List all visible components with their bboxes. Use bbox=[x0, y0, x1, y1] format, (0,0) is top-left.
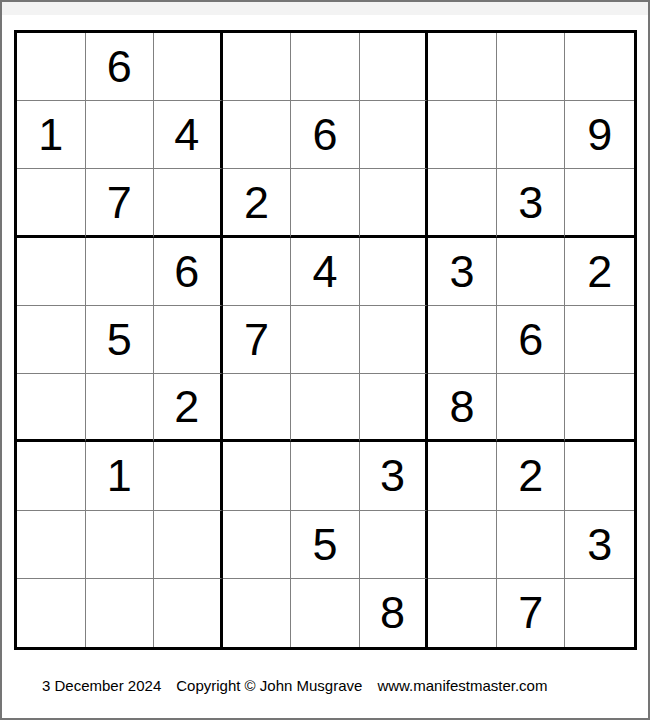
cell-r1c4 bbox=[223, 33, 292, 101]
cell-r7c2: 1 bbox=[86, 442, 155, 510]
cell-r8c6 bbox=[360, 511, 429, 579]
cell-r8c3 bbox=[154, 511, 223, 579]
cell-r3c7 bbox=[428, 169, 497, 237]
cell-r4c4 bbox=[223, 238, 292, 306]
cell-r5c7 bbox=[428, 306, 497, 374]
cell-r7c7 bbox=[428, 442, 497, 510]
cell-r6c8 bbox=[497, 374, 566, 442]
cell-r3c6 bbox=[360, 169, 429, 237]
cell-r2c4 bbox=[223, 101, 292, 169]
cell-r7c4 bbox=[223, 442, 292, 510]
cell-r9c7 bbox=[428, 579, 497, 647]
cell-r8c7 bbox=[428, 511, 497, 579]
cell-r6c5 bbox=[291, 374, 360, 442]
cell-r2c1: 1 bbox=[17, 101, 86, 169]
cell-r1c8 bbox=[497, 33, 566, 101]
cell-r1c9 bbox=[565, 33, 634, 101]
copyright-text: Copyright © John Musgrave bbox=[176, 677, 362, 694]
cell-r3c4: 2 bbox=[223, 169, 292, 237]
cell-r2c6 bbox=[360, 101, 429, 169]
cell-r5c2: 5 bbox=[86, 306, 155, 374]
footer: 3 December 2024 Copyright © John Musgrav… bbox=[42, 677, 547, 694]
cell-r6c9 bbox=[565, 374, 634, 442]
cell-r5c1 bbox=[17, 306, 86, 374]
cell-r4c8 bbox=[497, 238, 566, 306]
cell-r2c2 bbox=[86, 101, 155, 169]
cell-r8c9: 3 bbox=[565, 511, 634, 579]
cell-r7c3 bbox=[154, 442, 223, 510]
cell-r9c8: 7 bbox=[497, 579, 566, 647]
cell-r5c3 bbox=[154, 306, 223, 374]
puzzle-page: 6 1 4 6 9 7 2 3 6 4 3 2 bbox=[0, 0, 650, 720]
cell-r6c1 bbox=[17, 374, 86, 442]
cell-r1c1 bbox=[17, 33, 86, 101]
cell-r5c5 bbox=[291, 306, 360, 374]
cell-r1c2: 6 bbox=[86, 33, 155, 101]
cell-r1c6 bbox=[360, 33, 429, 101]
cell-r9c4 bbox=[223, 579, 292, 647]
cell-r4c9: 2 bbox=[565, 238, 634, 306]
cell-r6c6 bbox=[360, 374, 429, 442]
cell-r8c5: 5 bbox=[291, 511, 360, 579]
cell-r3c5 bbox=[291, 169, 360, 237]
cell-r9c9 bbox=[565, 579, 634, 647]
cell-r4c7: 3 bbox=[428, 238, 497, 306]
sudoku-grid: 6 1 4 6 9 7 2 3 6 4 3 2 bbox=[14, 30, 637, 650]
cell-r8c4 bbox=[223, 511, 292, 579]
cell-r6c7: 8 bbox=[428, 374, 497, 442]
cell-r8c2 bbox=[86, 511, 155, 579]
cell-r1c5 bbox=[291, 33, 360, 101]
cell-r7c1 bbox=[17, 442, 86, 510]
cell-r9c6: 8 bbox=[360, 579, 429, 647]
cell-r2c7 bbox=[428, 101, 497, 169]
cell-r2c5: 6 bbox=[291, 101, 360, 169]
cell-r6c2 bbox=[86, 374, 155, 442]
puzzle-date: 3 December 2024 bbox=[42, 677, 161, 694]
cell-r7c9 bbox=[565, 442, 634, 510]
cell-r7c8: 2 bbox=[497, 442, 566, 510]
cell-r3c2: 7 bbox=[86, 169, 155, 237]
cell-r9c3 bbox=[154, 579, 223, 647]
top-strip bbox=[2, 2, 648, 15]
cell-r5c8: 6 bbox=[497, 306, 566, 374]
cell-r5c9 bbox=[565, 306, 634, 374]
cell-r9c5 bbox=[291, 579, 360, 647]
cell-r1c3 bbox=[154, 33, 223, 101]
cell-r5c6 bbox=[360, 306, 429, 374]
cell-r9c1 bbox=[17, 579, 86, 647]
cell-r4c6 bbox=[360, 238, 429, 306]
cell-r4c5: 4 bbox=[291, 238, 360, 306]
website-url: www.manifestmaster.com bbox=[377, 677, 547, 694]
cell-r8c1 bbox=[17, 511, 86, 579]
cell-r6c3: 2 bbox=[154, 374, 223, 442]
cell-r7c6: 3 bbox=[360, 442, 429, 510]
cell-r3c8: 3 bbox=[497, 169, 566, 237]
cell-r9c2 bbox=[86, 579, 155, 647]
cell-r6c4 bbox=[223, 374, 292, 442]
cell-r3c1 bbox=[17, 169, 86, 237]
cell-r4c2 bbox=[86, 238, 155, 306]
cell-r2c9: 9 bbox=[565, 101, 634, 169]
cell-r7c5 bbox=[291, 442, 360, 510]
cell-r2c8 bbox=[497, 101, 566, 169]
cell-r1c7 bbox=[428, 33, 497, 101]
cell-r2c3: 4 bbox=[154, 101, 223, 169]
cell-r4c1 bbox=[17, 238, 86, 306]
cell-r8c8 bbox=[497, 511, 566, 579]
cell-r3c3 bbox=[154, 169, 223, 237]
cell-r5c4: 7 bbox=[223, 306, 292, 374]
cell-r4c3: 6 bbox=[154, 238, 223, 306]
cell-r3c9 bbox=[565, 169, 634, 237]
